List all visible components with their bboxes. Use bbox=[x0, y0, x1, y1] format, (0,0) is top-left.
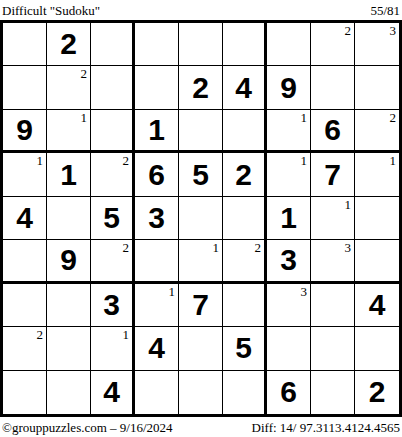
cell-r9c9[interactable]: 2 bbox=[355, 371, 399, 414]
cell-r7c2[interactable] bbox=[47, 284, 91, 327]
cell-r3c3[interactable] bbox=[91, 110, 135, 153]
given-digit: 6 bbox=[135, 153, 178, 195]
pencil-mark: 2 bbox=[390, 110, 397, 125]
given-digit: 9 bbox=[267, 66, 310, 108]
pencil-mark: 1 bbox=[301, 153, 308, 168]
pencil-mark: 1 bbox=[390, 153, 397, 168]
cell-r1c8[interactable]: 2 bbox=[311, 23, 355, 66]
cell-r4c8[interactable]: 7 bbox=[311, 153, 355, 196]
cell-r2c8[interactable] bbox=[311, 66, 355, 109]
given-digit: 4 bbox=[91, 371, 132, 414]
pencil-mark: 1 bbox=[37, 153, 44, 168]
cell-r5c4[interactable]: 3 bbox=[135, 197, 179, 240]
cell-r4c3[interactable]: 2 bbox=[91, 153, 135, 196]
cell-r1c6[interactable] bbox=[223, 23, 267, 66]
cell-r8c6[interactable]: 5 bbox=[223, 327, 267, 370]
pencil-mark: 1 bbox=[123, 327, 130, 342]
pencil-mark: 1 bbox=[81, 110, 88, 125]
cell-r3c2[interactable]: 1 bbox=[47, 110, 91, 153]
cell-r3c4[interactable]: 1 bbox=[135, 110, 179, 153]
given-digit: 7 bbox=[311, 153, 354, 195]
given-digit: 6 bbox=[267, 371, 310, 414]
pencil-mark: 1 bbox=[345, 197, 352, 212]
cell-r7c8[interactable] bbox=[311, 284, 355, 327]
cell-r1c7[interactable] bbox=[267, 23, 311, 66]
cell-r4c6[interactable]: 2 bbox=[223, 153, 267, 196]
given-digit: 9 bbox=[47, 240, 90, 280]
header: Difficult "Sudoku" 55/81 bbox=[0, 0, 402, 20]
cell-r6c8[interactable]: 3 bbox=[311, 240, 355, 283]
given-digit: 2 bbox=[179, 66, 222, 108]
given-digit: 2 bbox=[223, 153, 264, 195]
cell-r3c1[interactable]: 9 bbox=[3, 110, 47, 153]
cell-r9c5[interactable] bbox=[179, 371, 223, 414]
pencil-mark: 3 bbox=[390, 23, 397, 38]
cell-r6c1[interactable] bbox=[3, 240, 47, 283]
cell-r5c2[interactable] bbox=[47, 197, 91, 240]
cell-r3c7[interactable]: 1 bbox=[267, 110, 311, 153]
cell-r6c4[interactable] bbox=[135, 240, 179, 283]
cell-r4c7[interactable]: 1 bbox=[267, 153, 311, 196]
cell-r8c2[interactable] bbox=[47, 327, 91, 370]
pencil-mark: 2 bbox=[255, 240, 262, 255]
given-digit: 1 bbox=[135, 110, 178, 150]
pencil-mark: 3 bbox=[345, 240, 352, 255]
cell-r8c5[interactable] bbox=[179, 327, 223, 370]
cell-r5c1[interactable]: 4 bbox=[3, 197, 47, 240]
puzzle-title: Difficult "Sudoku" bbox=[2, 3, 100, 18]
cell-r2c9[interactable] bbox=[355, 66, 399, 109]
given-digit: 4 bbox=[135, 327, 178, 369]
cell-r8c3[interactable]: 1 bbox=[91, 327, 135, 370]
given-digit: 3 bbox=[91, 284, 132, 326]
cell-r6c7[interactable]: 3 bbox=[267, 240, 311, 283]
pencil-mark: 2 bbox=[37, 327, 44, 342]
pencil-mark: 2 bbox=[123, 240, 130, 255]
cell-r2c4[interactable] bbox=[135, 66, 179, 109]
remaining-counter: 55/81 bbox=[370, 3, 400, 18]
cell-r9c2[interactable] bbox=[47, 371, 91, 414]
cell-r2c7[interactable]: 9 bbox=[267, 66, 311, 109]
cell-r2c6[interactable]: 4 bbox=[223, 66, 267, 109]
cell-r6c6[interactable]: 2 bbox=[223, 240, 267, 283]
cell-r6c5[interactable]: 1 bbox=[179, 240, 223, 283]
cell-r4c2[interactable]: 1 bbox=[47, 153, 91, 196]
cell-r2c1[interactable] bbox=[3, 66, 47, 109]
cell-r2c3[interactable] bbox=[91, 66, 135, 109]
cell-r8c7[interactable] bbox=[267, 327, 311, 370]
cell-r7c5[interactable]: 7 bbox=[179, 284, 223, 327]
cell-r8c8[interactable] bbox=[311, 327, 355, 370]
given-digit: 4 bbox=[223, 66, 264, 108]
cell-r1c9[interactable]: 3 bbox=[355, 23, 399, 66]
cell-r9c1[interactable] bbox=[3, 371, 47, 414]
cell-r8c9[interactable] bbox=[355, 327, 399, 370]
given-digit: 5 bbox=[179, 153, 222, 195]
given-digit: 9 bbox=[3, 110, 46, 150]
given-digit: 1 bbox=[267, 197, 310, 239]
cell-r1c4[interactable] bbox=[135, 23, 179, 66]
cell-r4c4[interactable]: 6 bbox=[135, 153, 179, 196]
pencil-mark: 1 bbox=[213, 240, 220, 255]
cell-r7c6[interactable] bbox=[223, 284, 267, 327]
cell-r3c5[interactable] bbox=[179, 110, 223, 153]
cell-r3c8[interactable]: 6 bbox=[311, 110, 355, 153]
cell-r8c1[interactable]: 2 bbox=[3, 327, 47, 370]
given-digit: 4 bbox=[3, 197, 46, 239]
cell-r5c7[interactable]: 1 bbox=[267, 197, 311, 240]
cell-r9c4[interactable] bbox=[135, 371, 179, 414]
cell-r6c3[interactable]: 2 bbox=[91, 240, 135, 283]
given-digit: 1 bbox=[47, 153, 90, 195]
cell-r7c1[interactable] bbox=[3, 284, 47, 327]
sudoku-board: 2232249911162112652171453119212333173421… bbox=[0, 20, 402, 417]
cell-r3c9[interactable]: 2 bbox=[355, 110, 399, 153]
cell-r3c6[interactable] bbox=[223, 110, 267, 153]
cell-r5c6[interactable] bbox=[223, 197, 267, 240]
given-digit: 5 bbox=[223, 327, 264, 369]
cell-r4c5[interactable]: 5 bbox=[179, 153, 223, 196]
cell-r7c9[interactable]: 4 bbox=[355, 284, 399, 327]
cell-r5c9[interactable] bbox=[355, 197, 399, 240]
cell-r1c2[interactable]: 2 bbox=[47, 23, 91, 66]
cell-r6c2[interactable]: 9 bbox=[47, 240, 91, 283]
cell-r8c4[interactable]: 4 bbox=[135, 327, 179, 370]
copyright-text: ©grouppuzzles.com – 9/16/2024 bbox=[2, 420, 173, 435]
cell-r6c9[interactable] bbox=[355, 240, 399, 283]
footer: ©grouppuzzles.com – 9/16/2024 Diff: 14/ … bbox=[0, 417, 402, 437]
cell-r7c4[interactable]: 1 bbox=[135, 284, 179, 327]
given-digit: 4 bbox=[355, 284, 399, 326]
cell-r4c1[interactable]: 1 bbox=[3, 153, 47, 196]
cell-r4c9[interactable]: 1 bbox=[355, 153, 399, 196]
given-digit: 7 bbox=[179, 284, 222, 326]
cell-r9c3[interactable]: 4 bbox=[91, 371, 135, 414]
cell-r7c7[interactable]: 3 bbox=[267, 284, 311, 327]
cell-r1c1[interactable] bbox=[3, 23, 47, 66]
cell-r5c3[interactable]: 5 bbox=[91, 197, 135, 240]
pencil-mark: 2 bbox=[345, 23, 352, 38]
cell-r1c5[interactable] bbox=[179, 23, 223, 66]
pencil-mark: 1 bbox=[169, 284, 176, 299]
pencil-mark: 3 bbox=[301, 284, 308, 299]
given-digit: 3 bbox=[267, 240, 310, 280]
cell-r1c3[interactable] bbox=[91, 23, 135, 66]
cell-r9c6[interactable] bbox=[223, 371, 267, 414]
pencil-mark: 1 bbox=[301, 110, 308, 125]
given-digit: 6 bbox=[311, 110, 354, 150]
given-digit: 2 bbox=[47, 23, 90, 65]
cell-r9c7[interactable]: 6 bbox=[267, 371, 311, 414]
given-digit: 3 bbox=[135, 197, 178, 239]
cell-r5c5[interactable] bbox=[179, 197, 223, 240]
cell-r7c3[interactable]: 3 bbox=[91, 284, 135, 327]
pencil-mark: 2 bbox=[81, 66, 88, 81]
pencil-mark: 2 bbox=[123, 153, 130, 168]
given-digit: 2 bbox=[355, 371, 399, 414]
cell-r2c2[interactable]: 2 bbox=[47, 66, 91, 109]
cell-r9c8[interactable] bbox=[311, 371, 355, 414]
cell-r5c8[interactable]: 1 bbox=[311, 197, 355, 240]
difficulty-text: Diff: 14/ 97.3113.4124.4565 bbox=[252, 420, 400, 435]
cell-r2c5[interactable]: 2 bbox=[179, 66, 223, 109]
given-digit: 5 bbox=[91, 197, 132, 239]
